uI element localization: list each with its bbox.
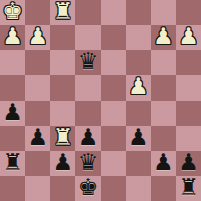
square-e4[interactable] (101, 101, 126, 126)
piece-black-rook: ♜ (178, 176, 199, 199)
square-c8[interactable]: ♜ (50, 0, 75, 25)
square-a5[interactable] (0, 75, 25, 100)
square-e1[interactable] (101, 176, 126, 201)
square-h3[interactable] (176, 126, 201, 151)
square-h8[interactable] (176, 0, 201, 25)
square-f3[interactable]: ♟ (126, 126, 151, 151)
piece-black-pawn: ♟ (128, 126, 149, 149)
square-c4[interactable] (50, 101, 75, 126)
square-b5[interactable] (25, 75, 50, 100)
square-g6[interactable] (151, 50, 176, 75)
square-d1[interactable]: ♚ (75, 176, 100, 201)
piece-white-pawn: ♟ (178, 25, 199, 48)
square-h1[interactable]: ♜ (176, 176, 201, 201)
square-b8[interactable] (25, 0, 50, 25)
square-g8[interactable] (151, 0, 176, 25)
piece-black-queen: ♛ (78, 50, 99, 73)
square-e7[interactable] (101, 25, 126, 50)
square-f8[interactable] (126, 0, 151, 25)
square-e3[interactable] (101, 126, 126, 151)
square-g3[interactable] (151, 126, 176, 151)
square-e8[interactable] (101, 0, 126, 25)
square-c6[interactable] (50, 50, 75, 75)
square-a6[interactable] (0, 50, 25, 75)
piece-white-rook: ♜ (53, 126, 74, 149)
square-c7[interactable] (50, 25, 75, 50)
square-c5[interactable] (50, 75, 75, 100)
piece-white-pawn: ♟ (128, 75, 149, 98)
square-b4[interactable] (25, 101, 50, 126)
piece-black-pawn: ♟ (27, 126, 48, 149)
piece-black-king: ♚ (78, 176, 99, 199)
piece-white-king: ♚ (2, 0, 23, 23)
square-a8[interactable]: ♚ (0, 0, 25, 25)
square-d5[interactable] (75, 75, 100, 100)
square-g7[interactable]: ♟ (151, 25, 176, 50)
piece-white-pawn: ♟ (2, 25, 23, 48)
square-g1[interactable] (151, 176, 176, 201)
piece-black-pawn: ♟ (178, 151, 199, 174)
square-d2[interactable]: ♛ (75, 151, 100, 176)
piece-black-pawn: ♟ (2, 101, 23, 124)
square-b3[interactable]: ♟ (25, 126, 50, 151)
square-b2[interactable] (25, 151, 50, 176)
piece-black-pawn: ♟ (153, 151, 174, 174)
square-d7[interactable] (75, 25, 100, 50)
square-f4[interactable] (126, 101, 151, 126)
square-d3[interactable]: ♟ (75, 126, 100, 151)
square-f2[interactable] (126, 151, 151, 176)
square-c2[interactable]: ♟ (50, 151, 75, 176)
piece-white-rook: ♜ (53, 0, 74, 23)
square-d6[interactable]: ♛ (75, 50, 100, 75)
piece-black-pawn: ♟ (53, 151, 74, 174)
square-f5[interactable]: ♟ (126, 75, 151, 100)
square-e2[interactable] (101, 151, 126, 176)
square-d8[interactable] (75, 0, 100, 25)
square-g4[interactable] (151, 101, 176, 126)
piece-black-rook: ♜ (2, 151, 23, 174)
square-b1[interactable] (25, 176, 50, 201)
square-d4[interactable] (75, 101, 100, 126)
square-e5[interactable] (101, 75, 126, 100)
square-b7[interactable]: ♟ (25, 25, 50, 50)
square-a7[interactable]: ♟ (0, 25, 25, 50)
piece-white-pawn: ♟ (27, 25, 48, 48)
square-h4[interactable] (176, 101, 201, 126)
square-h2[interactable]: ♟ (176, 151, 201, 176)
square-f6[interactable] (126, 50, 151, 75)
square-f7[interactable] (126, 25, 151, 50)
square-h5[interactable] (176, 75, 201, 100)
square-a3[interactable] (0, 126, 25, 151)
square-g2[interactable]: ♟ (151, 151, 176, 176)
square-h6[interactable] (176, 50, 201, 75)
piece-white-pawn: ♟ (153, 25, 174, 48)
square-a2[interactable]: ♜ (0, 151, 25, 176)
square-h7[interactable]: ♟ (176, 25, 201, 50)
square-a4[interactable]: ♟ (0, 101, 25, 126)
square-b6[interactable] (25, 50, 50, 75)
piece-black-pawn: ♟ (78, 126, 99, 149)
chess-board: ♚♜♟♟♟♟♛♟♟♟♜♟♟♜♟♛♟♟♚♜ (0, 0, 201, 201)
square-g5[interactable] (151, 75, 176, 100)
square-c1[interactable] (50, 176, 75, 201)
square-a1[interactable] (0, 176, 25, 201)
piece-black-queen: ♛ (78, 151, 99, 174)
square-e6[interactable] (101, 50, 126, 75)
square-f1[interactable] (126, 176, 151, 201)
square-c3[interactable]: ♜ (50, 126, 75, 151)
